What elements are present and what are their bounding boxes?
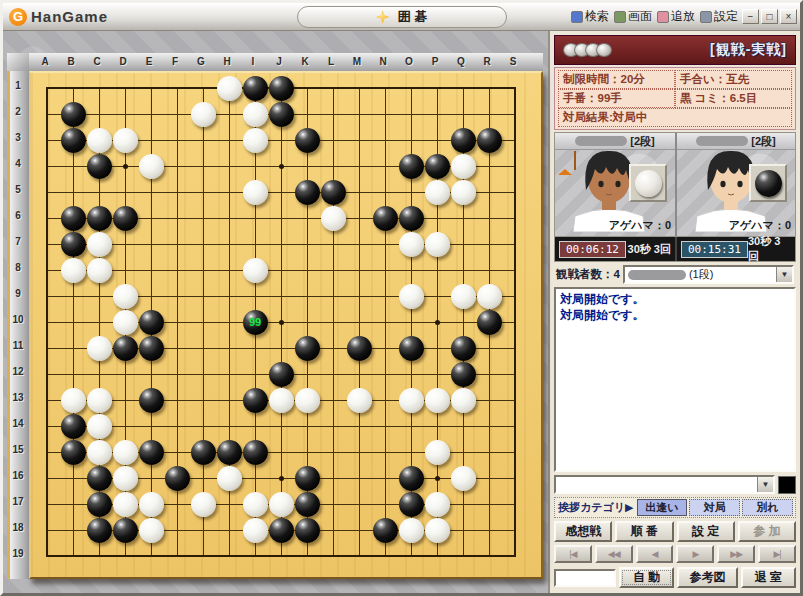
board-cell-H8[interactable] — [216, 257, 242, 283]
board-cell-F10[interactable] — [164, 309, 190, 335]
board-cell-D18[interactable] — [112, 517, 138, 543]
board-cell-R1[interactable] — [476, 75, 502, 101]
leave-room-button[interactable]: 退 室 — [741, 567, 796, 588]
board-cell-A14[interactable] — [34, 413, 60, 439]
board-cell-L4[interactable] — [320, 153, 346, 179]
board-cell-I9[interactable] — [242, 283, 268, 309]
board-cell-O2[interactable] — [398, 101, 424, 127]
board-cell-D2[interactable] — [112, 101, 138, 127]
board-cell-M7[interactable] — [346, 231, 372, 257]
board-cell-I2[interactable] — [242, 101, 268, 127]
board-cell-Q15[interactable] — [450, 439, 476, 465]
board-cell-Q4[interactable] — [450, 153, 476, 179]
board-cell-O7[interactable] — [398, 231, 424, 257]
board-cell-E16[interactable] — [138, 465, 164, 491]
board-cell-G13[interactable] — [190, 387, 216, 413]
board-cell-H7[interactable] — [216, 231, 242, 257]
board-cell-L6[interactable] — [320, 205, 346, 231]
board-cell-K9[interactable] — [294, 283, 320, 309]
board-cell-L18[interactable] — [320, 517, 346, 543]
auto-button[interactable]: 自 動 — [619, 567, 674, 588]
board-cell-R17[interactable] — [476, 491, 502, 517]
board-cell-B8[interactable] — [60, 257, 86, 283]
board-cell-D14[interactable] — [112, 413, 138, 439]
board-cell-F5[interactable] — [164, 179, 190, 205]
board-cell-P16[interactable] — [424, 465, 450, 491]
board-cell-K18[interactable] — [294, 517, 320, 543]
board-cell-M13[interactable] — [346, 387, 372, 413]
board-cell-N2[interactable] — [372, 101, 398, 127]
board-cell-B19[interactable] — [60, 543, 86, 569]
board-cell-M12[interactable] — [346, 361, 372, 387]
spectator-select[interactable]: (1段) ▼ — [623, 265, 794, 284]
board-cell-G5[interactable] — [190, 179, 216, 205]
board-cell-R8[interactable] — [476, 257, 502, 283]
board-cell-S6[interactable] — [502, 205, 528, 231]
board-cell-N1[interactable] — [372, 75, 398, 101]
board-cell-O18[interactable] — [398, 517, 424, 543]
board-cell-P7[interactable] — [424, 231, 450, 257]
board-cell-G8[interactable] — [190, 257, 216, 283]
board-cell-I3[interactable] — [242, 127, 268, 153]
board-cell-Q10[interactable] — [450, 309, 476, 335]
board-cell-S19[interactable] — [502, 543, 528, 569]
board-cell-D19[interactable] — [112, 543, 138, 569]
board-cell-I8[interactable] — [242, 257, 268, 283]
board-cell-C10[interactable] — [86, 309, 112, 335]
board-cell-G1[interactable] — [190, 75, 216, 101]
board-cell-L10[interactable] — [320, 309, 346, 335]
board-cell-G14[interactable] — [190, 413, 216, 439]
nav-next-button[interactable]: ▶ — [676, 545, 714, 563]
board-cell-N19[interactable] — [372, 543, 398, 569]
board-cell-B15[interactable] — [60, 439, 86, 465]
board-cell-S7[interactable] — [502, 231, 528, 257]
board-cell-M6[interactable] — [346, 205, 372, 231]
board-cell-J6[interactable] — [268, 205, 294, 231]
board-cell-Q17[interactable] — [450, 491, 476, 517]
board-cell-N5[interactable] — [372, 179, 398, 205]
board-cell-L11[interactable] — [320, 335, 346, 361]
board-cell-L17[interactable] — [320, 491, 346, 517]
board-cell-D4[interactable] — [112, 153, 138, 179]
board-cell-B5[interactable] — [60, 179, 86, 205]
board-cell-H17[interactable] — [216, 491, 242, 517]
board-cell-E5[interactable] — [138, 179, 164, 205]
board-cell-P2[interactable] — [424, 101, 450, 127]
board-cell-I4[interactable] — [242, 153, 268, 179]
board-cell-F4[interactable] — [164, 153, 190, 179]
board-cell-E12[interactable] — [138, 361, 164, 387]
board-cell-C17[interactable] — [86, 491, 112, 517]
board-cell-O17[interactable] — [398, 491, 424, 517]
board-cell-A5[interactable] — [34, 179, 60, 205]
board-cell-I5[interactable] — [242, 179, 268, 205]
board-cell-D9[interactable] — [112, 283, 138, 309]
board-cell-F7[interactable] — [164, 231, 190, 257]
board-cell-S17[interactable] — [502, 491, 528, 517]
board-cell-I14[interactable] — [242, 413, 268, 439]
board-cell-P10[interactable] — [424, 309, 450, 335]
board-cell-C2[interactable] — [86, 101, 112, 127]
board-cell-P13[interactable] — [424, 387, 450, 413]
board-cell-B18[interactable] — [60, 517, 86, 543]
board-cell-G11[interactable] — [190, 335, 216, 361]
board-cell-S10[interactable] — [502, 309, 528, 335]
board-cell-J13[interactable] — [268, 387, 294, 413]
greeting-option-2[interactable]: 対局 — [689, 499, 740, 516]
board-cell-J15[interactable] — [268, 439, 294, 465]
board-cell-A9[interactable] — [34, 283, 60, 309]
board-cell-H13[interactable] — [216, 387, 242, 413]
board-cell-O9[interactable] — [398, 283, 424, 309]
board-cell-A10[interactable] — [34, 309, 60, 335]
board-cell-B17[interactable] — [60, 491, 86, 517]
board-cell-K10[interactable] — [294, 309, 320, 335]
board-cell-K5[interactable] — [294, 179, 320, 205]
nav-last-button[interactable]: ▶| — [758, 545, 796, 563]
board-cell-D5[interactable] — [112, 179, 138, 205]
board-cell-L16[interactable] — [320, 465, 346, 491]
board-cell-O13[interactable] — [398, 387, 424, 413]
board-cell-E8[interactable] — [138, 257, 164, 283]
board-cell-K15[interactable] — [294, 439, 320, 465]
board-cell-B14[interactable] — [60, 413, 86, 439]
board-cell-M10[interactable] — [346, 309, 372, 335]
board-cell-Q12[interactable] — [450, 361, 476, 387]
board-cell-A7[interactable] — [34, 231, 60, 257]
board-cell-L9[interactable] — [320, 283, 346, 309]
board-cell-F12[interactable] — [164, 361, 190, 387]
board-cell-L1[interactable] — [320, 75, 346, 101]
board-cell-G18[interactable] — [190, 517, 216, 543]
board-cell-N18[interactable] — [372, 517, 398, 543]
board-cell-A17[interactable] — [34, 491, 60, 517]
board-cell-C9[interactable] — [86, 283, 112, 309]
board-cell-E11[interactable] — [138, 335, 164, 361]
board-cell-C1[interactable] — [86, 75, 112, 101]
chevron-down-icon[interactable]: ▼ — [757, 477, 773, 492]
board-cell-H5[interactable] — [216, 179, 242, 205]
board-cell-P18[interactable] — [424, 517, 450, 543]
board-cell-D6[interactable] — [112, 205, 138, 231]
board-cell-A1[interactable] — [34, 75, 60, 101]
board-cell-M14[interactable] — [346, 413, 372, 439]
board-cell-G12[interactable] — [190, 361, 216, 387]
board-cell-D8[interactable] — [112, 257, 138, 283]
board-cell-M11[interactable] — [346, 335, 372, 361]
board-cell-C18[interactable] — [86, 517, 112, 543]
board-cell-S12[interactable] — [502, 361, 528, 387]
board-cell-R4[interactable] — [476, 153, 502, 179]
board-cell-H19[interactable] — [216, 543, 242, 569]
greeting-option-1[interactable]: 出逢い — [637, 499, 688, 516]
board-cell-D7[interactable] — [112, 231, 138, 257]
board-cell-L8[interactable] — [320, 257, 346, 283]
board-cell-N12[interactable] — [372, 361, 398, 387]
board-cell-D16[interactable] — [112, 465, 138, 491]
board-cell-E14[interactable] — [138, 413, 164, 439]
board-cell-L12[interactable] — [320, 361, 346, 387]
board-cell-G15[interactable] — [190, 439, 216, 465]
board-cell-G6[interactable] — [190, 205, 216, 231]
board-cell-E15[interactable] — [138, 439, 164, 465]
board-cell-Q1[interactable] — [450, 75, 476, 101]
board-cell-S9[interactable] — [502, 283, 528, 309]
message-input[interactable]: ▼ — [554, 475, 775, 494]
board-cell-A3[interactable] — [34, 127, 60, 153]
board-cell-Q2[interactable] — [450, 101, 476, 127]
board-cell-K12[interactable] — [294, 361, 320, 387]
move-input[interactable] — [554, 569, 616, 587]
board-cell-K14[interactable] — [294, 413, 320, 439]
board-cell-N17[interactable] — [372, 491, 398, 517]
board-cell-E17[interactable] — [138, 491, 164, 517]
greeting-option-3[interactable]: 別れ — [742, 499, 793, 516]
board-cell-F15[interactable] — [164, 439, 190, 465]
board-cell-E2[interactable] — [138, 101, 164, 127]
board-cell-K13[interactable] — [294, 387, 320, 413]
board-cell-J19[interactable] — [268, 543, 294, 569]
board-cell-F3[interactable] — [164, 127, 190, 153]
board-cell-A16[interactable] — [34, 465, 60, 491]
board-cell-K1[interactable] — [294, 75, 320, 101]
board-cell-R16[interactable] — [476, 465, 502, 491]
board-cell-F14[interactable] — [164, 413, 190, 439]
board-cell-G17[interactable] — [190, 491, 216, 517]
close-button[interactable]: × — [780, 9, 797, 24]
board-cell-Q13[interactable] — [450, 387, 476, 413]
board-cell-R5[interactable] — [476, 179, 502, 205]
board-cell-E3[interactable] — [138, 127, 164, 153]
board-cell-M15[interactable] — [346, 439, 372, 465]
board-cell-C19[interactable] — [86, 543, 112, 569]
board-cell-P9[interactable] — [424, 283, 450, 309]
board-cell-F19[interactable] — [164, 543, 190, 569]
board-cell-P19[interactable] — [424, 543, 450, 569]
board-cell-C15[interactable] — [86, 439, 112, 465]
minimize-button[interactable]: − — [742, 9, 759, 24]
board-cell-N13[interactable] — [372, 387, 398, 413]
board-cell-K16[interactable] — [294, 465, 320, 491]
board-cell-H15[interactable] — [216, 439, 242, 465]
board-cell-O19[interactable] — [398, 543, 424, 569]
board-cell-N6[interactable] — [372, 205, 398, 231]
board-cell-P15[interactable] — [424, 439, 450, 465]
board-cell-O8[interactable] — [398, 257, 424, 283]
board-cell-Q18[interactable] — [450, 517, 476, 543]
board-cell-C12[interactable] — [86, 361, 112, 387]
board-cell-R15[interactable] — [476, 439, 502, 465]
board-cell-N9[interactable] — [372, 283, 398, 309]
board-cell-C6[interactable] — [86, 205, 112, 231]
board-cell-E6[interactable] — [138, 205, 164, 231]
board-cell-E10[interactable] — [138, 309, 164, 335]
board-cell-O11[interactable] — [398, 335, 424, 361]
board-cell-K11[interactable] — [294, 335, 320, 361]
board-cell-B6[interactable] — [60, 205, 86, 231]
board-cell-H11[interactable] — [216, 335, 242, 361]
board-cell-A2[interactable] — [34, 101, 60, 127]
board-cell-O15[interactable] — [398, 439, 424, 465]
board-cell-I7[interactable] — [242, 231, 268, 257]
board-cell-I18[interactable] — [242, 517, 268, 543]
board-cell-F16[interactable] — [164, 465, 190, 491]
board-cell-L7[interactable] — [320, 231, 346, 257]
board-cell-F9[interactable] — [164, 283, 190, 309]
board-cell-C13[interactable] — [86, 387, 112, 413]
board-cell-A12[interactable] — [34, 361, 60, 387]
board-cell-J7[interactable] — [268, 231, 294, 257]
board-cell-H6[interactable] — [216, 205, 242, 231]
board-cell-P4[interactable] — [424, 153, 450, 179]
board-cell-O16[interactable] — [398, 465, 424, 491]
board-cell-I13[interactable] — [242, 387, 268, 413]
board-cell-P5[interactable] — [424, 179, 450, 205]
board-cell-B12[interactable] — [60, 361, 86, 387]
board-cell-M18[interactable] — [346, 517, 372, 543]
board-cell-K17[interactable] — [294, 491, 320, 517]
board-cell-S8[interactable] — [502, 257, 528, 283]
board-cell-G10[interactable] — [190, 309, 216, 335]
board-cell-C8[interactable] — [86, 257, 112, 283]
board-cell-L19[interactable] — [320, 543, 346, 569]
board-cell-J10[interactable] — [268, 309, 294, 335]
board-cell-B3[interactable] — [60, 127, 86, 153]
board-cell-F18[interactable] — [164, 517, 190, 543]
board-cell-Q9[interactable] — [450, 283, 476, 309]
board-cell-J14[interactable] — [268, 413, 294, 439]
board-cell-A18[interactable] — [34, 517, 60, 543]
board-cell-N3[interactable] — [372, 127, 398, 153]
board-cell-J11[interactable] — [268, 335, 294, 361]
reference-diagram-button[interactable]: 参考図 — [677, 567, 737, 588]
board-cell-D10[interactable] — [112, 309, 138, 335]
board-cell-Q11[interactable] — [450, 335, 476, 361]
board-cell-C14[interactable] — [86, 413, 112, 439]
board-cell-R9[interactable] — [476, 283, 502, 309]
board-cell-J16[interactable] — [268, 465, 294, 491]
board-cell-O5[interactable] — [398, 179, 424, 205]
board-cell-G9[interactable] — [190, 283, 216, 309]
board-cell-F11[interactable] — [164, 335, 190, 361]
board-cell-J17[interactable] — [268, 491, 294, 517]
board-cell-Q19[interactable] — [450, 543, 476, 569]
board-cell-I10[interactable]: 99 — [242, 309, 268, 335]
board-cell-N16[interactable] — [372, 465, 398, 491]
board-cell-Q14[interactable] — [450, 413, 476, 439]
settings-button[interactable]: 設 定 — [677, 521, 735, 542]
board-cell-A4[interactable] — [34, 153, 60, 179]
board-cell-F8[interactable] — [164, 257, 190, 283]
board-cell-N14[interactable] — [372, 413, 398, 439]
board-cell-B10[interactable] — [60, 309, 86, 335]
board-cell-R12[interactable] — [476, 361, 502, 387]
board-cell-O10[interactable] — [398, 309, 424, 335]
chevron-down-icon[interactable]: ▼ — [776, 267, 792, 282]
board-cell-P17[interactable] — [424, 491, 450, 517]
board-cell-G16[interactable] — [190, 465, 216, 491]
review-button[interactable]: 感想戦 — [554, 521, 612, 542]
board-cell-H10[interactable] — [216, 309, 242, 335]
board-cell-O14[interactable] — [398, 413, 424, 439]
board-cell-J8[interactable] — [268, 257, 294, 283]
board-cell-S15[interactable] — [502, 439, 528, 465]
board-cell-D13[interactable] — [112, 387, 138, 413]
board-cell-L15[interactable] — [320, 439, 346, 465]
board-cell-H2[interactable] — [216, 101, 242, 127]
board-cell-S11[interactable] — [502, 335, 528, 361]
board-cell-S3[interactable] — [502, 127, 528, 153]
board-cell-B2[interactable] — [60, 101, 86, 127]
board-cell-E18[interactable] — [138, 517, 164, 543]
board-cell-N10[interactable] — [372, 309, 398, 335]
board-cell-I12[interactable] — [242, 361, 268, 387]
board-cell-M1[interactable] — [346, 75, 372, 101]
board-cell-M19[interactable] — [346, 543, 372, 569]
board-cell-I16[interactable] — [242, 465, 268, 491]
board-cell-J18[interactable] — [268, 517, 294, 543]
board-cell-L2[interactable] — [320, 101, 346, 127]
board-cell-D11[interactable] — [112, 335, 138, 361]
board-cell-A8[interactable] — [34, 257, 60, 283]
board-cell-N8[interactable] — [372, 257, 398, 283]
board-cell-I11[interactable] — [242, 335, 268, 361]
order-button[interactable]: 順 番 — [615, 521, 673, 542]
text-color-swatch[interactable] — [778, 476, 796, 494]
board-cell-H9[interactable] — [216, 283, 242, 309]
board-cell-H16[interactable] — [216, 465, 242, 491]
board-cell-Q5[interactable] — [450, 179, 476, 205]
board-cell-M17[interactable] — [346, 491, 372, 517]
board-cell-R7[interactable] — [476, 231, 502, 257]
board-cell-E4[interactable] — [138, 153, 164, 179]
board-cell-L13[interactable] — [320, 387, 346, 413]
board-cell-S1[interactable] — [502, 75, 528, 101]
board-cell-R3[interactable] — [476, 127, 502, 153]
board-cell-P8[interactable] — [424, 257, 450, 283]
board-cell-K3[interactable] — [294, 127, 320, 153]
board-cell-O3[interactable] — [398, 127, 424, 153]
board-cell-L14[interactable] — [320, 413, 346, 439]
board-cell-P6[interactable] — [424, 205, 450, 231]
board-cell-H1[interactable] — [216, 75, 242, 101]
board-cell-F13[interactable] — [164, 387, 190, 413]
board-cell-R13[interactable] — [476, 387, 502, 413]
board-cell-M9[interactable] — [346, 283, 372, 309]
nav-rewind-button[interactable]: ◀◀ — [595, 545, 633, 563]
board-cell-H12[interactable] — [216, 361, 242, 387]
board-cell-B11[interactable] — [60, 335, 86, 361]
board-cell-H18[interactable] — [216, 517, 242, 543]
board-cell-R11[interactable] — [476, 335, 502, 361]
toolbar-kick[interactable]: 追放 — [657, 8, 695, 25]
board-cell-K2[interactable] — [294, 101, 320, 127]
board-cell-E13[interactable] — [138, 387, 164, 413]
board-cell-A13[interactable] — [34, 387, 60, 413]
nav-first-button[interactable]: |◀ — [554, 545, 592, 563]
board-cell-C5[interactable] — [86, 179, 112, 205]
board-cell-N15[interactable] — [372, 439, 398, 465]
board-cell-O4[interactable] — [398, 153, 424, 179]
board-cell-I6[interactable] — [242, 205, 268, 231]
board-cell-S5[interactable] — [502, 179, 528, 205]
board-cell-A15[interactable] — [34, 439, 60, 465]
board-cell-J5[interactable] — [268, 179, 294, 205]
board-cell-Q6[interactable] — [450, 205, 476, 231]
board-cell-H4[interactable] — [216, 153, 242, 179]
board-cell-B9[interactable] — [60, 283, 86, 309]
